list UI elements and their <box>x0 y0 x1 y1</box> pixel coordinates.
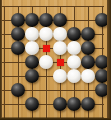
board-point[interactable] <box>53 55 67 69</box>
board-grid <box>0 0 109 120</box>
board-point[interactable] <box>11 55 25 69</box>
board-point[interactable] <box>95 41 109 55</box>
board-point[interactable] <box>0 83 11 97</box>
board-point[interactable] <box>53 41 67 55</box>
board-point[interactable] <box>11 41 25 55</box>
black-stone[interactable] <box>11 13 25 27</box>
board-point[interactable] <box>53 27 67 41</box>
board-point[interactable] <box>53 83 67 97</box>
black-stone[interactable] <box>39 13 53 27</box>
board-point[interactable] <box>81 0 95 13</box>
black-stone[interactable] <box>25 69 39 83</box>
black-stone[interactable] <box>95 13 109 27</box>
black-stone[interactable] <box>81 27 95 41</box>
black-stone[interactable] <box>25 97 39 111</box>
board-point[interactable] <box>0 41 11 55</box>
board-point[interactable] <box>0 69 11 83</box>
board-point[interactable] <box>0 0 11 13</box>
board-point[interactable] <box>25 111 39 120</box>
board-point[interactable] <box>11 111 25 120</box>
board-point[interactable] <box>53 111 67 120</box>
board-point[interactable] <box>25 83 39 97</box>
board-point[interactable] <box>95 97 109 111</box>
board-point[interactable] <box>81 83 95 97</box>
board-point[interactable] <box>67 83 81 97</box>
board-point[interactable] <box>39 83 53 97</box>
board-point[interactable] <box>53 0 67 13</box>
board-point[interactable] <box>25 55 39 69</box>
board-point[interactable] <box>95 69 109 83</box>
board-point[interactable] <box>39 69 53 83</box>
board-point[interactable] <box>11 13 25 27</box>
board-point[interactable] <box>53 97 67 111</box>
board-point[interactable] <box>67 27 81 41</box>
board-point[interactable] <box>11 69 25 83</box>
board-point[interactable] <box>11 27 25 41</box>
black-stone[interactable] <box>81 55 95 69</box>
white-stone[interactable] <box>53 27 67 41</box>
board-point[interactable] <box>95 13 109 27</box>
red-square-marker <box>43 45 50 52</box>
board-point[interactable] <box>11 83 25 97</box>
board-point[interactable] <box>0 111 11 120</box>
board-point[interactable] <box>67 0 81 13</box>
black-stone[interactable] <box>81 41 95 55</box>
board-point[interactable] <box>81 111 95 120</box>
black-stone[interactable] <box>67 27 81 41</box>
board-point[interactable] <box>39 55 53 69</box>
board-point[interactable] <box>0 97 11 111</box>
board-point[interactable] <box>39 97 53 111</box>
black-stone[interactable] <box>25 55 39 69</box>
white-stone[interactable] <box>67 69 81 83</box>
board-point[interactable] <box>67 97 81 111</box>
board-point[interactable] <box>25 97 39 111</box>
black-stone[interactable] <box>81 97 95 111</box>
board-point[interactable] <box>39 13 53 27</box>
black-stone[interactable] <box>95 83 109 97</box>
white-stone[interactable] <box>25 27 39 41</box>
board-point[interactable] <box>11 0 25 13</box>
board-point[interactable] <box>39 111 53 120</box>
board-point[interactable] <box>25 41 39 55</box>
board-point[interactable] <box>11 97 25 111</box>
board-point[interactable] <box>81 41 95 55</box>
board-point[interactable] <box>0 55 11 69</box>
white-stone[interactable] <box>39 55 53 69</box>
board-point[interactable] <box>39 41 53 55</box>
board-point[interactable] <box>0 13 11 27</box>
board-point[interactable] <box>95 27 109 41</box>
board-point[interactable] <box>25 13 39 27</box>
white-stone[interactable] <box>81 69 95 83</box>
black-stone[interactable] <box>53 97 67 111</box>
black-stone[interactable] <box>25 13 39 27</box>
black-stone[interactable] <box>67 97 81 111</box>
board-point[interactable] <box>67 55 81 69</box>
board-point[interactable] <box>39 0 53 13</box>
white-stone[interactable] <box>53 41 67 55</box>
red-square-marker <box>57 59 64 66</box>
white-stone[interactable] <box>25 41 39 55</box>
board-point[interactable] <box>0 27 11 41</box>
board-point[interactable] <box>95 111 109 120</box>
board-point[interactable] <box>81 97 95 111</box>
board-point[interactable] <box>25 69 39 83</box>
white-stone[interactable] <box>53 69 67 83</box>
board-point[interactable] <box>53 13 67 27</box>
board-point[interactable] <box>81 69 95 83</box>
black-stone[interactable] <box>11 83 25 97</box>
white-stone[interactable] <box>39 27 53 41</box>
go-board <box>0 0 111 120</box>
white-stone[interactable] <box>67 41 81 55</box>
black-stone[interactable] <box>95 69 109 83</box>
black-stone[interactable] <box>95 55 109 69</box>
board-point[interactable] <box>67 13 81 27</box>
board-point[interactable] <box>25 27 39 41</box>
black-stone[interactable] <box>11 41 25 55</box>
board-point[interactable] <box>95 55 109 69</box>
board-point[interactable] <box>95 0 109 13</box>
board-point[interactable] <box>39 27 53 41</box>
board-point[interactable] <box>81 27 95 41</box>
board-point[interactable] <box>95 83 109 97</box>
board-point[interactable] <box>81 55 95 69</box>
board-point[interactable] <box>67 41 81 55</box>
board-point[interactable] <box>81 13 95 27</box>
black-stone[interactable] <box>11 27 25 41</box>
board-point[interactable] <box>25 0 39 13</box>
black-stone[interactable] <box>53 13 67 27</box>
board-point[interactable] <box>53 69 67 83</box>
board-point[interactable] <box>67 69 81 83</box>
white-stone[interactable] <box>67 55 81 69</box>
board-point[interactable] <box>67 111 81 120</box>
